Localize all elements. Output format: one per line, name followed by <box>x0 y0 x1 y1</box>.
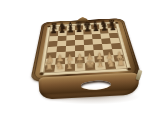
black-pawn: ♟ <box>81 22 94 35</box>
square-b5 <box>57 41 66 47</box>
square-h1: ♜ <box>115 61 127 68</box>
square-g8: ♞ <box>99 24 108 29</box>
black-king: ♚ <box>81 17 94 30</box>
black-pawn: ♟ <box>89 21 102 34</box>
square-b7: ♟ <box>58 31 67 36</box>
square-h7: ♟ <box>108 28 117 33</box>
black-rook: ♜ <box>48 19 61 32</box>
square-d5 <box>75 40 84 46</box>
square-f6 <box>92 34 101 39</box>
chess-board: ♜♞♝♛♚♝♞♜♟♟♟♟♟♟♟♟♟♟♟♟♟♟♟♟♜♞♝♛♚♝♞♜ <box>44 24 126 73</box>
square-h5 <box>110 38 120 44</box>
square-g6 <box>100 33 109 38</box>
square-f8: ♝ <box>91 24 100 29</box>
square-f5 <box>92 39 102 45</box>
square-c6 <box>66 35 75 41</box>
square-b6 <box>58 35 67 41</box>
square-b8: ♞ <box>59 26 67 31</box>
black-rook: ♜ <box>105 16 118 29</box>
square-f7: ♟ <box>91 29 100 34</box>
carved-crest-ornament <box>76 17 90 23</box>
square-d6 <box>75 35 84 41</box>
square-c7: ♟ <box>67 30 75 35</box>
black-pawn: ♟ <box>56 23 69 36</box>
black-pawn: ♟ <box>47 24 60 37</box>
black-knight: ♞ <box>56 19 69 32</box>
square-e6 <box>83 34 92 39</box>
black-pawn: ♟ <box>72 22 85 35</box>
black-pawn: ♟ <box>64 23 77 36</box>
square-c5 <box>66 40 75 46</box>
square-d8: ♛ <box>75 25 83 30</box>
square-h8: ♜ <box>107 24 116 29</box>
black-bishop: ♝ <box>89 17 102 30</box>
black-bishop: ♝ <box>64 18 77 31</box>
white-rook: ♜ <box>113 53 129 69</box>
carved-chess-set-photo: ♜♞♝♛♚♝♞♜♟♟♟♟♟♟♟♟♟♟♟♟♟♟♟♟♜♞♝♛♚♝♞♜ <box>0 0 166 120</box>
carry-handle-cutout <box>81 80 111 91</box>
square-h6 <box>109 33 119 38</box>
square-e5 <box>84 39 93 45</box>
square-a6 <box>49 36 58 42</box>
square-g7: ♟ <box>100 29 109 34</box>
square-e8: ♚ <box>83 25 91 30</box>
black-queen: ♛ <box>73 18 86 31</box>
black-pawn: ♟ <box>106 20 119 33</box>
black-knight: ♞ <box>97 17 110 30</box>
square-c8: ♝ <box>67 26 75 31</box>
square-d7: ♟ <box>75 30 83 35</box>
square-e7: ♟ <box>83 29 92 34</box>
square-a8: ♜ <box>50 27 59 32</box>
black-pawn: ♟ <box>98 21 111 34</box>
square-a7: ♟ <box>50 31 59 36</box>
square-g5 <box>101 38 111 44</box>
square-a5 <box>48 41 58 47</box>
